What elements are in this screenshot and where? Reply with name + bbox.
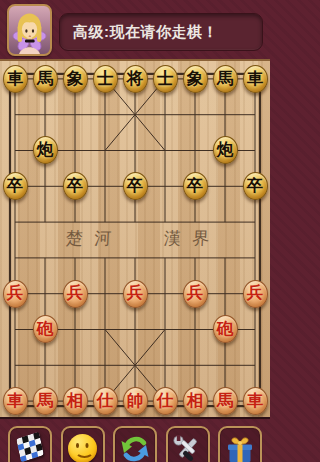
status-message-text: 高级:现在请你走棋！ [73,23,218,40]
gift-box-icon [225,434,255,462]
xiangqi-board[interactable]: 楚 河 漢 界 車馬象士将士象馬車炮炮卒卒卒卒卒兵兵兵兵兵砲砲車馬相仕帥仕相馬車 [0,59,270,419]
bottom-toolbar [0,417,270,462]
black-piece-車[interactable]: 車 [3,65,28,93]
black-piece-士[interactable]: 士 [93,65,118,93]
player-avatar[interactable] [7,4,52,56]
red-piece-仕[interactable]: 仕 [153,387,178,415]
black-piece-卒[interactable]: 卒 [123,172,148,200]
status-message-banner: 高级:现在请你走棋！ [59,13,263,51]
red-piece-砲[interactable]: 砲 [33,315,58,343]
black-piece-馬[interactable]: 馬 [213,65,238,93]
red-piece-馬[interactable]: 馬 [33,387,58,415]
circular-arrows-icon [120,434,150,462]
red-piece-兵[interactable]: 兵 [123,280,148,308]
red-piece-兵[interactable]: 兵 [3,280,28,308]
black-piece-象[interactable]: 象 [63,65,88,93]
pieces-layer: 車馬象士将士象馬車炮炮卒卒卒卒卒兵兵兵兵兵砲砲車馬相仕帥仕相馬車 [0,61,270,419]
red-piece-兵[interactable]: 兵 [183,280,208,308]
red-piece-車[interactable]: 車 [3,387,28,415]
black-piece-卒[interactable]: 卒 [183,172,208,200]
black-piece-馬[interactable]: 馬 [33,65,58,93]
red-piece-兵[interactable]: 兵 [243,280,268,308]
wrench-screwdriver-icon [173,434,203,462]
gift-button[interactable] [218,426,262,462]
red-piece-車[interactable]: 車 [243,387,268,415]
red-piece-兵[interactable]: 兵 [63,280,88,308]
smiley-button[interactable] [61,426,105,462]
red-piece-馬[interactable]: 馬 [213,387,238,415]
avatar-girl-illustration [9,6,50,54]
refresh-button[interactable] [113,426,157,462]
black-piece-卒[interactable]: 卒 [63,172,88,200]
board-button[interactable] [8,426,52,462]
red-piece-仕[interactable]: 仕 [93,387,118,415]
smiley-face-icon [68,434,97,462]
red-piece-相[interactable]: 相 [183,387,208,415]
black-piece-車[interactable]: 車 [243,65,268,93]
black-piece-象[interactable]: 象 [183,65,208,93]
black-piece-卒[interactable]: 卒 [243,172,268,200]
red-piece-相[interactable]: 相 [63,387,88,415]
black-piece-卒[interactable]: 卒 [3,172,28,200]
checkerboard-icon [16,431,44,462]
black-piece-将[interactable]: 将 [123,65,148,93]
red-piece-帥[interactable]: 帥 [123,387,148,415]
tools-button[interactable] [166,426,210,462]
black-piece-炮[interactable]: 炮 [213,136,238,164]
black-piece-炮[interactable]: 炮 [33,136,58,164]
black-piece-士[interactable]: 士 [153,65,178,93]
app-screen: { "game": "xiangqi", "position": "rnbaka… [0,0,270,462]
red-piece-砲[interactable]: 砲 [213,315,238,343]
